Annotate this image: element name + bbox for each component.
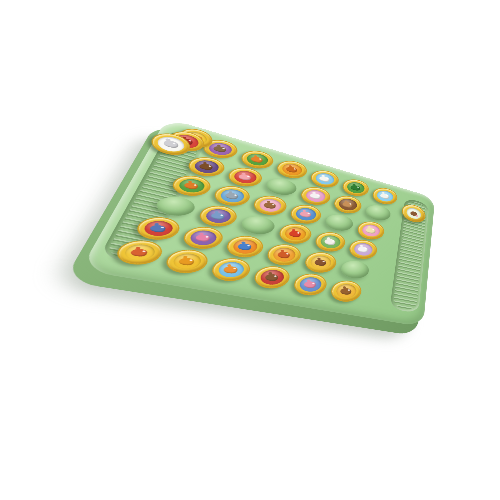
token-face: [280, 162, 305, 178]
game-board: [80, 118, 435, 327]
empty-dome-r2c6: [363, 203, 392, 223]
animal-illustration: [263, 201, 278, 209]
token-face: [169, 251, 205, 271]
token-bunny-r4c6: [346, 237, 380, 261]
token-face: [217, 187, 247, 204]
animal-illustration: [237, 173, 252, 181]
animal-illustration: [350, 184, 362, 191]
animal-illustration: [303, 280, 318, 289]
empty-dome-r5c6: [338, 258, 371, 280]
animal-illustration: [339, 287, 352, 295]
token-face: [270, 246, 298, 264]
animal-illustration: [357, 246, 369, 254]
token-chicken-r6c1: [110, 237, 169, 267]
animal-illustration: [177, 257, 196, 267]
token-face: [120, 242, 159, 262]
token-face: [140, 219, 177, 238]
animal-illustration: [183, 181, 200, 190]
token-face: [375, 189, 395, 203]
token-face: [406, 206, 422, 220]
token-face: [304, 188, 328, 204]
token-fish-r5c2: [178, 224, 228, 252]
animal-illustration: [288, 230, 302, 238]
token-horse-r3c3: [249, 193, 290, 218]
token-duck-r6c2: [160, 247, 213, 276]
animal-illustration: [210, 212, 227, 221]
animal-illustration: [237, 242, 253, 251]
animal-illustration: [277, 250, 292, 259]
token-bird-r5c1: [130, 214, 185, 243]
token-face: [231, 169, 259, 186]
token-face: [313, 171, 336, 186]
token-face: [203, 207, 235, 225]
token-monster-r6c5: [290, 271, 331, 298]
animal-illustration: [224, 192, 240, 201]
token-butterfly-r3c6: [355, 219, 387, 242]
token-face: [360, 223, 382, 238]
token-face: [334, 283, 359, 300]
animal-illustration: [285, 166, 298, 174]
token-bear-r6c4: [250, 264, 294, 291]
token-elephant-r1c6: [370, 185, 400, 206]
token-face: [293, 206, 318, 222]
animal-illustration: [314, 258, 328, 266]
token-face: [282, 225, 309, 242]
token-piglet-r3c4: [287, 202, 325, 226]
animal-illustration: [380, 193, 391, 200]
token-parrot-r5c4: [263, 242, 305, 268]
token-crab-r4c4: [275, 221, 315, 246]
empty-dome-r2c3: [263, 176, 300, 198]
token-deer-r6c6: [327, 278, 364, 304]
animal-illustration: [319, 175, 331, 183]
animal-illustration: [222, 265, 239, 274]
token-cow-r4c5: [312, 230, 349, 255]
token-face: [230, 237, 261, 255]
animal-illustration: [250, 156, 264, 164]
token-face: [155, 134, 187, 154]
token-face: [352, 241, 375, 257]
empty-dome-r4c3: [237, 213, 278, 236]
token-face: [297, 276, 324, 294]
token-face: [187, 228, 220, 247]
animal-illustration: [162, 139, 180, 149]
token-fish-r6c3: [206, 255, 255, 283]
animal-illustration: [148, 224, 168, 234]
token-face: [318, 234, 342, 250]
animal-illustration: [129, 248, 150, 258]
token-turkey-r5c5: [301, 250, 340, 276]
animal-illustration: [342, 201, 354, 209]
animal-illustration: [264, 273, 280, 282]
animal-illustration: [194, 233, 212, 242]
token-face: [257, 268, 287, 286]
animal-illustration: [365, 227, 377, 235]
animal-illustration: [410, 210, 418, 216]
product-photo-canvas: [0, 0, 500, 500]
token-face: [215, 260, 247, 279]
token-face: [257, 197, 284, 214]
animal-illustration: [324, 238, 337, 246]
animal-illustration: [299, 210, 313, 218]
empty-dome-r4c1: [151, 194, 200, 219]
token-face: [345, 180, 366, 195]
token-face: [308, 254, 334, 271]
animal-illustration: [309, 192, 322, 200]
token-face: [337, 197, 359, 212]
token-monkey-r2c5: [331, 193, 364, 216]
token-face: [244, 152, 271, 168]
token-whale-r5c3: [222, 233, 268, 260]
empty-dome-r3c5: [323, 212, 356, 233]
token-owl-r4c2: [194, 203, 241, 230]
